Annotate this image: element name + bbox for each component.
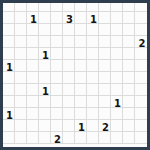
grid-cell[interactable]: [3, 132, 15, 144]
grid-cell[interactable]: [15, 12, 27, 24]
grid-cell[interactable]: [15, 120, 27, 132]
grid-cell[interactable]: [27, 132, 39, 144]
grid-cell[interactable]: [99, 108, 111, 120]
grid-cell[interactable]: [15, 72, 27, 84]
grid-cell[interactable]: [99, 60, 111, 72]
clue-number: 1: [6, 63, 13, 73]
clue-cell[interactable]: 3: [63, 12, 75, 24]
grid-cell[interactable]: [63, 24, 75, 36]
grid-cell[interactable]: [123, 12, 135, 24]
grid-cell[interactable]: [63, 36, 75, 48]
grid-cell[interactable]: [111, 60, 123, 72]
clue-cell[interactable]: 1: [39, 84, 51, 96]
grid-cell[interactable]: [51, 96, 63, 108]
grid-cell[interactable]: [111, 120, 123, 132]
grid-cell[interactable]: [123, 36, 135, 48]
grid-cell[interactable]: [3, 96, 15, 108]
grid-cell[interactable]: [99, 96, 111, 108]
clue-number: 2: [139, 39, 146, 49]
clue-cell[interactable]: 1: [75, 120, 87, 132]
grid-cell[interactable]: [39, 96, 51, 108]
grid-cell[interactable]: [51, 108, 63, 120]
clue-cell[interactable]: 1: [111, 96, 123, 108]
grid-cell[interactable]: [15, 132, 27, 144]
grid-cell[interactable]: [27, 3, 39, 12]
grid-cell[interactable]: [99, 132, 111, 144]
grid-cell[interactable]: [51, 36, 63, 48]
clue-cell[interactable]: 1: [27, 12, 39, 24]
grid-cell[interactable]: [87, 48, 99, 60]
grid-cell[interactable]: [3, 3, 15, 12]
grid-cell[interactable]: [39, 24, 51, 36]
clue-number: 1: [90, 15, 97, 25]
grid-cell[interactable]: [75, 60, 87, 72]
grid-cell[interactable]: [87, 3, 99, 12]
grid-cell[interactable]: [51, 84, 63, 96]
grid-cell[interactable]: [51, 12, 63, 24]
grid-cell[interactable]: [63, 132, 75, 144]
grid-cell[interactable]: [39, 3, 51, 12]
grid-cell[interactable]: [135, 108, 147, 120]
grid-cell[interactable]: [99, 36, 111, 48]
grid-cell[interactable]: [123, 84, 135, 96]
clue-cell[interactable]: 1: [39, 48, 51, 60]
grid-cell[interactable]: [135, 96, 147, 108]
grid-cell[interactable]: [51, 120, 63, 132]
clue-cell[interactable]: 2: [51, 132, 63, 144]
grid-cell[interactable]: [15, 108, 27, 120]
grid-cell[interactable]: [87, 132, 99, 144]
grid-cell[interactable]: [39, 132, 51, 144]
grid-cell[interactable]: [15, 36, 27, 48]
grid-cell[interactable]: [123, 3, 135, 12]
grid-cell[interactable]: [111, 24, 123, 36]
clue-number: 1: [42, 87, 49, 97]
grid-cell[interactable]: [123, 72, 135, 84]
grid-cell[interactable]: [87, 72, 99, 84]
grid-cell[interactable]: [75, 48, 87, 60]
grid-cell[interactable]: [51, 24, 63, 36]
grid-cell[interactable]: [63, 108, 75, 120]
clue-number: 2: [54, 135, 61, 145]
grid-cell[interactable]: [87, 96, 99, 108]
grid-cell[interactable]: [63, 84, 75, 96]
grid-cell[interactable]: [39, 72, 51, 84]
grid-cell[interactable]: [111, 36, 123, 48]
grid-cell[interactable]: [15, 3, 27, 12]
grid-cell[interactable]: [75, 108, 87, 120]
grid-cell[interactable]: [27, 60, 39, 72]
clue-number: 3: [66, 15, 73, 25]
grid-cell[interactable]: [39, 12, 51, 24]
clue-cell[interactable]: 1: [3, 108, 15, 120]
grid-cell[interactable]: [3, 84, 15, 96]
grid-cell[interactable]: [123, 108, 135, 120]
grid-cell[interactable]: [39, 108, 51, 120]
grid-cell[interactable]: [3, 36, 15, 48]
grid-cell[interactable]: [39, 120, 51, 132]
grid-cell[interactable]: [51, 60, 63, 72]
grid-cell[interactable]: [111, 132, 123, 144]
grid-cell[interactable]: [111, 108, 123, 120]
grid-cell[interactable]: [87, 120, 99, 132]
grid-cell[interactable]: [63, 96, 75, 108]
clue-number: 1: [30, 15, 37, 25]
clue-number: 2: [102, 123, 109, 133]
grid-cell[interactable]: [27, 96, 39, 108]
grid-cell[interactable]: [111, 84, 123, 96]
grid-cell[interactable]: [51, 3, 63, 12]
grid-cell[interactable]: [3, 48, 15, 60]
grid-cell[interactable]: [135, 24, 147, 36]
grid-cell[interactable]: [123, 132, 135, 144]
grid-cell[interactable]: [75, 36, 87, 48]
grid-cell[interactable]: [63, 3, 75, 12]
grid-cell[interactable]: [63, 48, 75, 60]
clue-cell[interactable]: 2: [99, 120, 111, 132]
grid-cell[interactable]: [3, 72, 15, 84]
grid-cell[interactable]: [63, 120, 75, 132]
grid-cell[interactable]: [111, 3, 123, 12]
grid-cell[interactable]: [123, 96, 135, 108]
grid-cell[interactable]: [27, 108, 39, 120]
grid-cell[interactable]: [75, 132, 87, 144]
grid-cell[interactable]: [87, 24, 99, 36]
grid-cell[interactable]: [75, 3, 87, 12]
grid-cell[interactable]: [123, 120, 135, 132]
grid-cell[interactable]: [135, 120, 147, 132]
grid-cell[interactable]: [27, 36, 39, 48]
grid-cell[interactable]: [75, 96, 87, 108]
grid-cell[interactable]: [27, 120, 39, 132]
grid-cell[interactable]: [111, 72, 123, 84]
clue-cell[interactable]: 2: [135, 36, 147, 48]
grid-cell[interactable]: [135, 3, 147, 12]
clue-cell[interactable]: 1: [87, 12, 99, 24]
grid-cell[interactable]: [99, 12, 111, 24]
clue-number: 1: [114, 99, 121, 109]
grid-cell[interactable]: [27, 48, 39, 60]
grid-cell[interactable]: [123, 48, 135, 60]
grid-cell[interactable]: [63, 60, 75, 72]
grid-cell[interactable]: [87, 108, 99, 120]
grid-cell[interactable]: [135, 48, 147, 60]
grid-cell[interactable]: [99, 72, 111, 84]
grid-cell[interactable]: [135, 60, 147, 72]
grid-cell[interactable]: [99, 24, 111, 36]
grid-cell[interactable]: [99, 3, 111, 12]
grid-cell[interactable]: [39, 60, 51, 72]
grid-cell[interactable]: [99, 84, 111, 96]
grid-cell[interactable]: [87, 84, 99, 96]
grid-cell[interactable]: [27, 24, 39, 36]
grid-cell[interactable]: [15, 24, 27, 36]
clue-cell[interactable]: 1: [3, 60, 15, 72]
grid-cell[interactable]: [75, 24, 87, 36]
grid-cell[interactable]: [63, 72, 75, 84]
grid-cell[interactable]: [75, 84, 87, 96]
grid-cell[interactable]: [75, 72, 87, 84]
grid-cell[interactable]: [39, 36, 51, 48]
clue-number: 1: [6, 111, 13, 121]
clue-number: 1: [78, 123, 85, 133]
grid-cell[interactable]: [135, 84, 147, 96]
grid-cell[interactable]: [15, 84, 27, 96]
grid-cell[interactable]: [111, 48, 123, 60]
grid-cell[interactable]: [135, 72, 147, 84]
grid-cell[interactable]: [3, 120, 15, 132]
grid-cell[interactable]: [27, 84, 39, 96]
grid-cell[interactable]: [15, 48, 27, 60]
clue-number: 1: [42, 51, 49, 61]
grid-cell[interactable]: [75, 12, 87, 24]
grid-cell[interactable]: [111, 12, 123, 24]
grid-cell[interactable]: [27, 72, 39, 84]
grid-cell[interactable]: [87, 36, 99, 48]
grid-cell[interactable]: [15, 60, 27, 72]
grid-cell[interactable]: [99, 48, 111, 60]
grid-cell[interactable]: [135, 12, 147, 24]
grid-cell[interactable]: [15, 96, 27, 108]
grid-cell[interactable]: [87, 60, 99, 72]
grid-cell[interactable]: [3, 12, 15, 24]
grid-cell[interactable]: [123, 24, 135, 36]
grid-cell[interactable]: [123, 60, 135, 72]
grid-cell[interactable]: [3, 24, 15, 36]
puzzle-screenshot: 131211111122: [0, 0, 150, 150]
grid-cell[interactable]: [51, 48, 63, 60]
grid-cell[interactable]: [51, 72, 63, 84]
puzzle-board: 131211111122: [0, 0, 150, 150]
grid-cell[interactable]: [135, 132, 147, 144]
